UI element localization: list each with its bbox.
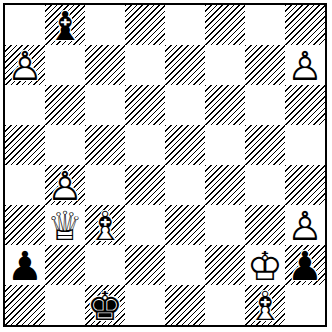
square-b2[interactable]: [45, 245, 85, 285]
square-f5[interactable]: [205, 125, 245, 165]
black-pawn[interactable]: ♟: [5, 245, 45, 285]
white-bishop[interactable]: ♝♗: [85, 205, 125, 245]
square-h8[interactable]: [285, 5, 325, 45]
piece-glyph-outline: ♕: [45, 205, 85, 245]
square-e4[interactable]: [165, 165, 205, 205]
square-d3[interactable]: [125, 205, 165, 245]
black-pawn[interactable]: ♟: [285, 245, 325, 285]
piece-glyph-outline: ♙: [285, 45, 325, 85]
square-f1[interactable]: [205, 285, 245, 325]
square-a2[interactable]: ♟: [5, 245, 45, 285]
white-pawn[interactable]: ♟♙: [285, 45, 325, 85]
white-pawn[interactable]: ♟♙: [285, 205, 325, 245]
square-f2[interactable]: [205, 245, 245, 285]
square-b3[interactable]: ♛♕: [45, 205, 85, 245]
white-pawn[interactable]: ♟♙: [45, 165, 85, 205]
piece-glyph-outline: ♙: [5, 45, 45, 85]
piece-glyph-outline: ♙: [285, 205, 325, 245]
square-b7[interactable]: [45, 45, 85, 85]
square-c3[interactable]: ♝♗: [85, 205, 125, 245]
square-c1[interactable]: ♚: [85, 285, 125, 325]
chess-diagram-frame: ♝♟♙♟♙♟♙♛♕♝♗♟♙♟♚♔♟♚♝♗: [3, 3, 327, 327]
square-f7[interactable]: [205, 45, 245, 85]
square-d7[interactable]: [125, 45, 165, 85]
square-h2[interactable]: ♟: [285, 245, 325, 285]
square-h4[interactable]: [285, 165, 325, 205]
square-e8[interactable]: [165, 5, 205, 45]
white-pawn[interactable]: ♟♙: [5, 45, 45, 85]
square-e7[interactable]: [165, 45, 205, 85]
piece-glyph-fill: ♟: [285, 245, 325, 285]
square-d5[interactable]: [125, 125, 165, 165]
square-h6[interactable]: [285, 85, 325, 125]
square-a3[interactable]: [5, 205, 45, 245]
square-f8[interactable]: [205, 5, 245, 45]
white-bishop[interactable]: ♝♗: [245, 285, 285, 325]
square-a4[interactable]: [5, 165, 45, 205]
square-b1[interactable]: [45, 285, 85, 325]
square-g6[interactable]: [245, 85, 285, 125]
piece-glyph-fill: ♝: [45, 5, 85, 45]
square-h3[interactable]: ♟♙: [285, 205, 325, 245]
square-b5[interactable]: [45, 125, 85, 165]
square-e3[interactable]: [165, 205, 205, 245]
piece-glyph-outline: ♔: [245, 245, 285, 285]
square-b4[interactable]: ♟♙: [45, 165, 85, 205]
square-g5[interactable]: [245, 125, 285, 165]
square-h7[interactable]: ♟♙: [285, 45, 325, 85]
square-g3[interactable]: [245, 205, 285, 245]
piece-glyph-outline: ♙: [45, 165, 85, 205]
square-c4[interactable]: [85, 165, 125, 205]
square-f4[interactable]: [205, 165, 245, 205]
square-c7[interactable]: [85, 45, 125, 85]
chess-board: ♝♟♙♟♙♟♙♛♕♝♗♟♙♟♚♔♟♚♝♗: [5, 5, 325, 325]
square-g8[interactable]: [245, 5, 285, 45]
square-a8[interactable]: [5, 5, 45, 45]
square-g2[interactable]: ♚♔: [245, 245, 285, 285]
white-queen[interactable]: ♛♕: [45, 205, 85, 245]
square-f6[interactable]: [205, 85, 245, 125]
square-b8[interactable]: ♝: [45, 5, 85, 45]
square-a1[interactable]: [5, 285, 45, 325]
square-a5[interactable]: [5, 125, 45, 165]
square-d6[interactable]: [125, 85, 165, 125]
black-bishop[interactable]: ♝: [45, 5, 85, 45]
square-d4[interactable]: [125, 165, 165, 205]
square-e2[interactable]: [165, 245, 205, 285]
square-a6[interactable]: [5, 85, 45, 125]
square-c8[interactable]: [85, 5, 125, 45]
white-king[interactable]: ♚♔: [245, 245, 285, 285]
square-c6[interactable]: [85, 85, 125, 125]
piece-glyph-outline: ♗: [245, 285, 285, 325]
black-king[interactable]: ♚: [85, 285, 125, 325]
square-g1[interactable]: ♝♗: [245, 285, 285, 325]
square-f3[interactable]: [205, 205, 245, 245]
square-g7[interactable]: [245, 45, 285, 85]
square-e1[interactable]: [165, 285, 205, 325]
square-h1[interactable]: [285, 285, 325, 325]
square-d8[interactable]: [125, 5, 165, 45]
square-d1[interactable]: [125, 285, 165, 325]
square-c5[interactable]: [85, 125, 125, 165]
piece-glyph-fill: ♟: [5, 245, 45, 285]
piece-glyph-fill: ♚: [85, 285, 125, 325]
square-c2[interactable]: [85, 245, 125, 285]
square-d2[interactable]: [125, 245, 165, 285]
square-a7[interactable]: ♟♙: [5, 45, 45, 85]
piece-glyph-outline: ♗: [85, 205, 125, 245]
square-e5[interactable]: [165, 125, 205, 165]
square-h5[interactable]: [285, 125, 325, 165]
square-e6[interactable]: [165, 85, 205, 125]
square-b6[interactable]: [45, 85, 85, 125]
square-g4[interactable]: [245, 165, 285, 205]
